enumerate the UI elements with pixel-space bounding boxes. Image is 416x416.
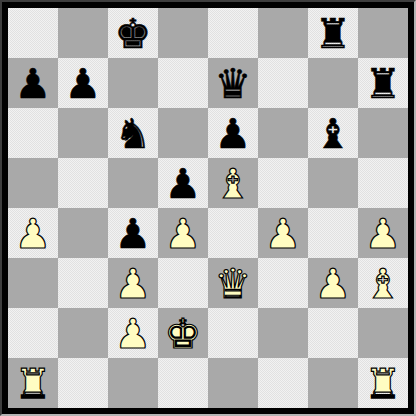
piece-white-queen[interactable]: ♛ [215, 257, 252, 309]
piece-black-rook[interactable]: ♜ [315, 7, 352, 59]
piece-white-bishop[interactable]: ♝ [365, 257, 402, 309]
square-e6[interactable]: ♟ [208, 108, 258, 158]
square-c5[interactable] [108, 158, 158, 208]
piece-black-pawn[interactable]: ♟ [215, 107, 252, 159]
square-f2[interactable] [258, 308, 308, 358]
square-a4[interactable]: ♟ [8, 208, 58, 258]
square-e4[interactable] [208, 208, 258, 258]
square-c1[interactable] [108, 358, 158, 408]
piece-black-pawn[interactable]: ♟ [165, 157, 202, 209]
square-e2[interactable] [208, 308, 258, 358]
square-h3[interactable]: ♝ [358, 258, 408, 308]
piece-black-king[interactable]: ♚ [115, 7, 152, 59]
square-d6[interactable] [158, 108, 208, 158]
piece-white-pawn[interactable]: ♟ [365, 207, 402, 259]
square-f5[interactable] [258, 158, 308, 208]
square-d7[interactable] [158, 58, 208, 108]
square-g1[interactable] [308, 358, 358, 408]
square-d3[interactable] [158, 258, 208, 308]
piece-black-pawn[interactable]: ♟ [65, 57, 102, 109]
piece-black-pawn[interactable]: ♟ [115, 207, 152, 259]
square-a7[interactable]: ♟ [8, 58, 58, 108]
piece-white-rook[interactable]: ♜ [365, 357, 402, 409]
square-c4[interactable]: ♟ [108, 208, 158, 258]
square-h5[interactable] [358, 158, 408, 208]
square-e8[interactable] [208, 8, 258, 58]
square-f1[interactable] [258, 358, 308, 408]
piece-black-pawn[interactable]: ♟ [15, 57, 52, 109]
piece-white-pawn[interactable]: ♟ [165, 207, 202, 259]
chess-board: ♚♜♟♟♛♜♞♟♝♟♝♟♟♟♟♟♟♛♟♝♟♚♜♜ [8, 8, 408, 408]
square-b5[interactable] [58, 158, 108, 208]
square-g4[interactable] [308, 208, 358, 258]
square-e1[interactable] [208, 358, 258, 408]
piece-black-queen[interactable]: ♛ [215, 57, 252, 109]
square-c2[interactable]: ♟ [108, 308, 158, 358]
piece-white-king[interactable]: ♚ [165, 307, 202, 359]
square-g2[interactable] [308, 308, 358, 358]
piece-black-knight[interactable]: ♞ [115, 107, 152, 159]
piece-white-rook[interactable]: ♜ [15, 357, 52, 409]
square-b2[interactable] [58, 308, 108, 358]
square-d4[interactable]: ♟ [158, 208, 208, 258]
square-g5[interactable] [308, 158, 358, 208]
square-f6[interactable] [258, 108, 308, 158]
square-c3[interactable]: ♟ [108, 258, 158, 308]
square-f8[interactable] [258, 8, 308, 58]
square-b4[interactable] [58, 208, 108, 258]
square-b3[interactable] [58, 258, 108, 308]
square-f3[interactable] [258, 258, 308, 308]
square-h8[interactable] [358, 8, 408, 58]
square-f4[interactable]: ♟ [258, 208, 308, 258]
piece-white-pawn[interactable]: ♟ [315, 257, 352, 309]
piece-white-bishop[interactable]: ♝ [215, 157, 252, 209]
square-d8[interactable] [158, 8, 208, 58]
square-c6[interactable]: ♞ [108, 108, 158, 158]
square-d2[interactable]: ♚ [158, 308, 208, 358]
square-c7[interactable] [108, 58, 158, 108]
square-b1[interactable] [58, 358, 108, 408]
piece-black-rook[interactable]: ♜ [365, 57, 402, 109]
square-h7[interactable]: ♜ [358, 58, 408, 108]
square-h4[interactable]: ♟ [358, 208, 408, 258]
square-h1[interactable]: ♜ [358, 358, 408, 408]
square-d1[interactable] [158, 358, 208, 408]
square-b7[interactable]: ♟ [58, 58, 108, 108]
piece-white-pawn[interactable]: ♟ [15, 207, 52, 259]
square-a2[interactable] [8, 308, 58, 358]
square-f7[interactable] [258, 58, 308, 108]
square-e5[interactable]: ♝ [208, 158, 258, 208]
piece-white-pawn[interactable]: ♟ [115, 307, 152, 359]
square-g3[interactable]: ♟ [308, 258, 358, 308]
square-a8[interactable] [8, 8, 58, 58]
square-c8[interactable]: ♚ [108, 8, 158, 58]
piece-white-pawn[interactable]: ♟ [115, 257, 152, 309]
square-g8[interactable]: ♜ [308, 8, 358, 58]
square-b6[interactable] [58, 108, 108, 158]
square-a3[interactable] [8, 258, 58, 308]
square-d5[interactable]: ♟ [158, 158, 208, 208]
square-a1[interactable]: ♜ [8, 358, 58, 408]
square-b8[interactable] [58, 8, 108, 58]
square-g7[interactable] [308, 58, 358, 108]
piece-white-pawn[interactable]: ♟ [265, 207, 302, 259]
board-frame: ♚♜♟♟♛♜♞♟♝♟♝♟♟♟♟♟♟♛♟♝♟♚♜♜ [0, 0, 416, 416]
square-a5[interactable] [8, 158, 58, 208]
square-a6[interactable] [8, 108, 58, 158]
square-e7[interactable]: ♛ [208, 58, 258, 108]
square-h2[interactable] [358, 308, 408, 358]
square-e3[interactable]: ♛ [208, 258, 258, 308]
square-h6[interactable] [358, 108, 408, 158]
square-g6[interactable]: ♝ [308, 108, 358, 158]
piece-black-bishop[interactable]: ♝ [315, 107, 352, 159]
